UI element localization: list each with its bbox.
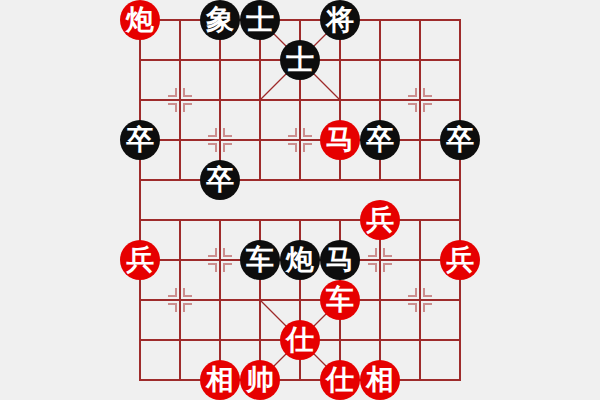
piece-red-horse[interactable]: 马 xyxy=(320,120,360,160)
piece-red-pawn[interactable]: 兵 xyxy=(440,240,480,280)
piece-black-advisor[interactable]: 士 xyxy=(240,0,280,40)
piece-red-pawn[interactable]: 兵 xyxy=(360,200,400,240)
piece-red-chariot[interactable]: 车 xyxy=(320,280,360,320)
piece-black-elephant[interactable]: 象 xyxy=(200,0,240,40)
pieces-layer: 炮马兵兵兵车仕相帅仕相象士将士卒卒卒卒车炮马 xyxy=(0,0,600,400)
xiangqi-screenshot: 炮马兵兵兵车仕相帅仕相象士将士卒卒卒卒车炮马 xyxy=(0,0,600,400)
piece-red-cannon[interactable]: 炮 xyxy=(120,0,160,40)
piece-black-pawn[interactable]: 卒 xyxy=(440,120,480,160)
piece-black-cannon[interactable]: 炮 xyxy=(280,240,320,280)
piece-black-horse[interactable]: 马 xyxy=(320,240,360,280)
piece-red-elephant[interactable]: 相 xyxy=(360,360,400,400)
piece-black-pawn[interactable]: 卒 xyxy=(120,120,160,160)
piece-black-advisor[interactable]: 士 xyxy=(280,40,320,80)
piece-black-pawn[interactable]: 卒 xyxy=(360,120,400,160)
piece-black-pawn[interactable]: 卒 xyxy=(200,160,240,200)
piece-black-general[interactable]: 将 xyxy=(320,0,360,40)
piece-red-advisor[interactable]: 仕 xyxy=(320,360,360,400)
piece-red-advisor[interactable]: 仕 xyxy=(280,320,320,360)
piece-red-elephant[interactable]: 相 xyxy=(200,360,240,400)
piece-black-chariot[interactable]: 车 xyxy=(240,240,280,280)
piece-red-pawn[interactable]: 兵 xyxy=(120,240,160,280)
piece-red-general[interactable]: 帅 xyxy=(240,360,280,400)
